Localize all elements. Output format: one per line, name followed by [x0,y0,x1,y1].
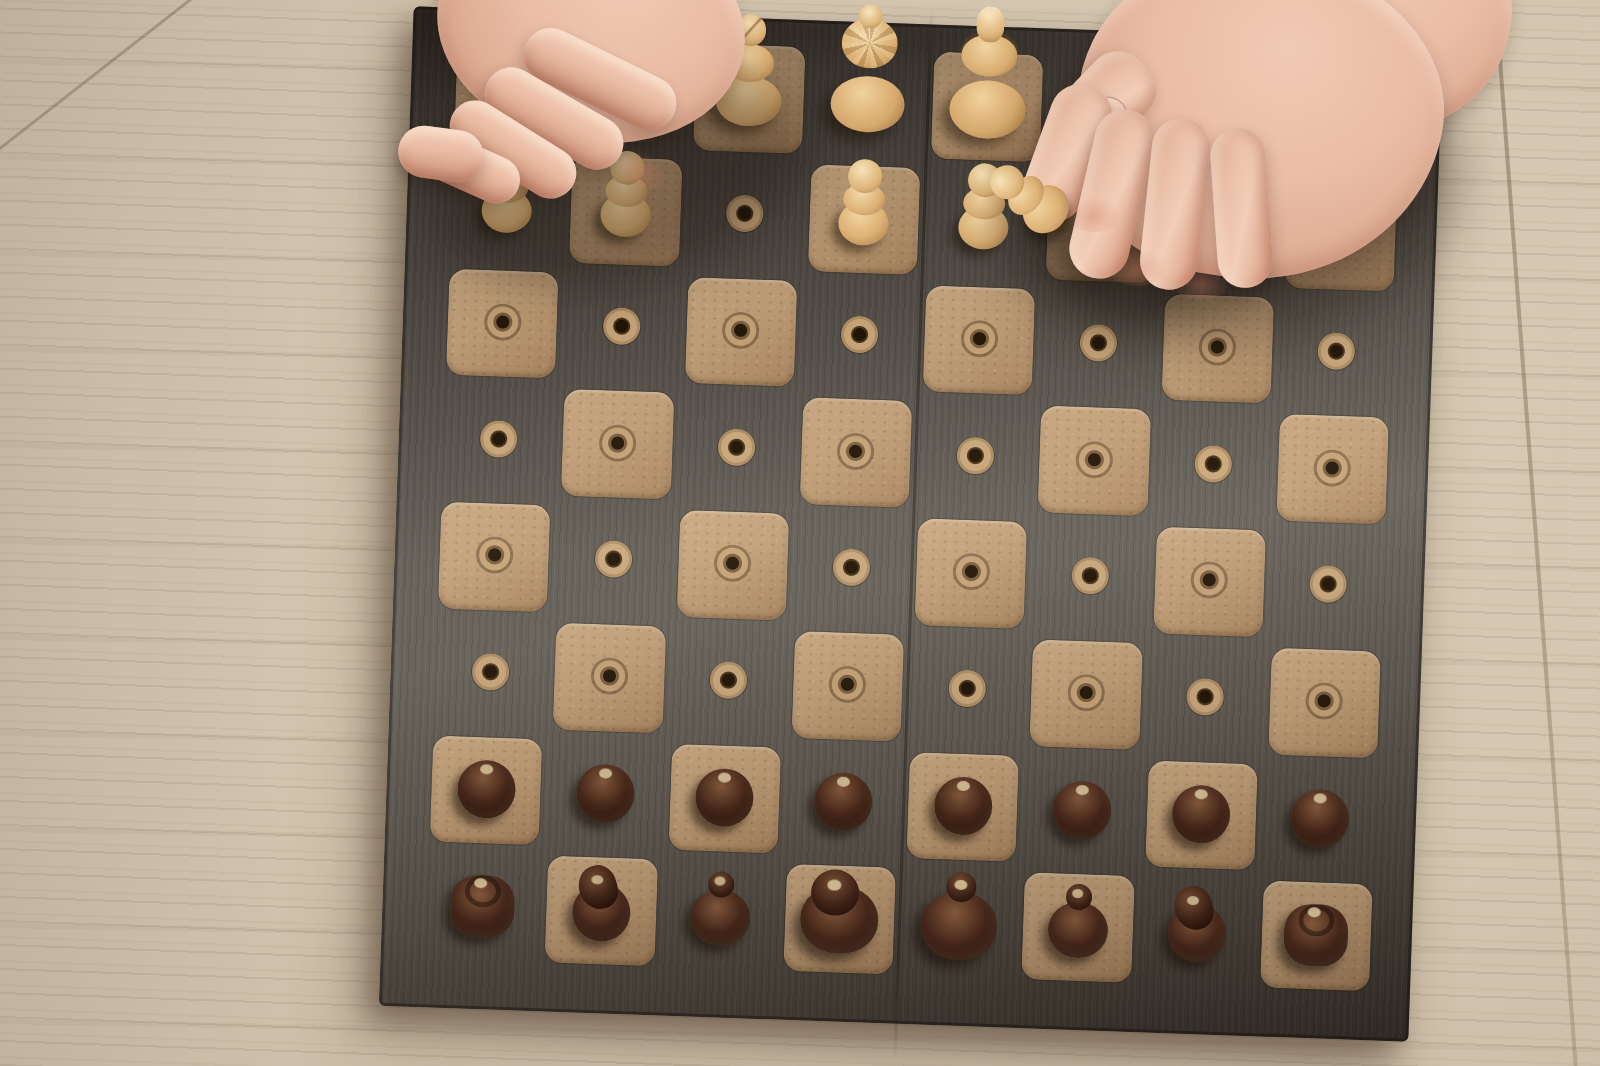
square-r8c7[interactable] [1135,871,1258,992]
square-r7c8[interactable] [1259,759,1382,880]
peg-hole [1078,324,1119,365]
peg-hole [724,194,765,235]
square-r3c5[interactable] [917,280,1040,401]
square-r3c3[interactable] [679,271,802,392]
square-r5c6[interactable] [1028,517,1151,638]
square-r6c2[interactable] [548,617,671,738]
square-r6c1[interactable] [429,613,552,734]
square-r2c5[interactable] [922,163,1045,284]
square-r5c2[interactable] [552,501,675,622]
piece-white-bishop[interactable] [715,13,785,127]
peg-hole [1324,99,1365,140]
piece-black-pawn[interactable] [814,764,874,832]
square-r8c4[interactable] [778,859,901,980]
piece-black-bishop[interactable] [1047,879,1110,959]
square-r3c2[interactable] [560,267,683,388]
square-r3c1[interactable] [441,263,564,384]
piece-black-rook[interactable] [449,864,515,938]
square-r5c1[interactable] [433,496,556,617]
square-r1c1[interactable] [449,30,572,151]
piece-white-king[interactable] [948,6,1029,141]
peg-hole [716,428,757,469]
square-r2c6[interactable] [1041,167,1164,288]
square-r4c2[interactable] [556,384,679,505]
square-r6c4[interactable] [786,626,909,747]
square-r8c5[interactable] [897,863,1020,984]
piece-black-pawn[interactable] [1052,772,1112,840]
square-r7c6[interactable] [1020,751,1143,872]
piece-black-pawn[interactable] [1290,780,1350,848]
square-r7c7[interactable] [1140,755,1263,876]
peg-hole [946,669,987,710]
square-r1c4[interactable] [806,42,929,163]
square-r4c8[interactable] [1271,409,1394,530]
peg-hole [609,74,650,115]
peg-hole [601,307,642,348]
square-r4c5[interactable] [913,396,1036,517]
square-r5c3[interactable] [671,505,794,626]
square-r7c1[interactable] [424,730,547,851]
peg-hole [1316,332,1357,373]
piece-black-bishop[interactable] [689,866,752,946]
square-r4c4[interactable] [794,392,917,513]
square-r1c7[interactable] [1164,55,1287,176]
piece-white-pawn[interactable] [835,158,894,246]
peg-hole [1069,557,1110,598]
piece-black-queen[interactable] [799,868,880,955]
square-r2c3[interactable] [683,155,806,276]
square-r3c8[interactable] [1275,292,1398,413]
table-plank-seam [1492,0,1581,1066]
piece-black-pawn[interactable] [1171,776,1231,844]
piece-black-rook[interactable] [1283,893,1349,967]
square-r1c8[interactable] [1283,59,1406,180]
square-r4c6[interactable] [1033,401,1156,522]
square-r8c6[interactable] [1016,867,1139,988]
piece-black-knight[interactable] [1165,885,1230,963]
peg-hole [593,540,634,581]
square-r2c8[interactable] [1279,176,1402,297]
square-r8c3[interactable] [659,855,782,976]
piece-white-pawn[interactable] [478,146,537,234]
table-plank-seam [0,0,208,154]
square-r8c2[interactable] [540,851,663,972]
square-r7c4[interactable] [782,742,905,863]
square-r5c4[interactable] [790,509,913,630]
square-r2c1[interactable] [445,146,568,267]
peg-hole [478,419,519,460]
square-r1c3[interactable] [687,38,810,159]
square-r2c2[interactable] [564,151,687,272]
square-r6c5[interactable] [905,630,1028,751]
peg-hole [1308,565,1349,606]
square-r2c4[interactable] [802,159,925,280]
square-r7c2[interactable] [544,734,667,855]
square-r4c1[interactable] [437,380,560,501]
square-r1c5[interactable] [926,46,1049,167]
piece-black-pawn[interactable] [933,768,993,836]
piece-white-queen[interactable] [830,3,908,134]
square-r3c6[interactable] [1037,284,1160,405]
square-r7c3[interactable] [663,738,786,859]
square-r1c2[interactable] [568,34,691,155]
peg-hole [1201,211,1242,252]
square-r8c1[interactable] [420,846,543,967]
peg-hole [831,549,872,590]
peg-hole [839,315,880,356]
peg-hole [1185,678,1226,719]
chess-board [379,6,1443,1041]
peg-hole [1193,444,1234,485]
square-r6c3[interactable] [667,621,790,742]
piece-black-pawn[interactable] [694,760,754,828]
square-r1c6[interactable] [1045,51,1168,172]
square-r6c7[interactable] [1144,638,1267,759]
square-r5c5[interactable] [909,513,1032,634]
square-r5c7[interactable] [1148,521,1271,642]
peg-hole [954,436,995,477]
peg-hole [469,653,510,694]
square-r5c8[interactable] [1267,526,1390,647]
square-r8c8[interactable] [1255,876,1378,997]
peg-hole [708,661,749,702]
square-r3c7[interactable] [1156,288,1279,409]
piece-black-knight[interactable] [569,864,634,942]
square-r4c3[interactable] [675,388,798,509]
piece-black-king[interactable] [919,870,998,961]
square-r7c5[interactable] [901,746,1024,867]
piece-white-bishop[interactable] [1072,26,1142,140]
piece-black-pawn[interactable] [456,751,516,819]
square-r6c8[interactable] [1263,642,1386,763]
piece-white-pawn[interactable] [597,150,656,238]
piece-white-pawn[interactable] [954,163,1013,251]
square-r3c4[interactable] [798,276,921,397]
square-r2c7[interactable] [1160,171,1283,292]
square-r6c6[interactable] [1024,634,1147,755]
piece-black-pawn[interactable] [575,755,635,823]
square-r4c7[interactable] [1152,405,1275,526]
